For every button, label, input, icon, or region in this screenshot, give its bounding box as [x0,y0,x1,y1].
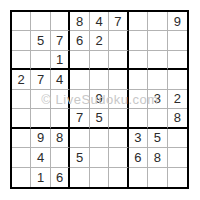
cell-r5c4[interactable] [70,90,89,109]
cell-r5c8[interactable]: 3 [148,90,167,109]
cell-r6c5[interactable]: 5 [90,109,109,128]
cell-r5c2[interactable] [31,90,50,109]
cell-r7c6[interactable] [109,129,128,148]
cell-r9c2[interactable]: 1 [31,168,50,187]
cell-r1c3[interactable] [51,12,70,31]
cell-r1c6[interactable]: 7 [109,12,128,31]
cell-r3c6[interactable] [109,51,128,70]
cell-r5c7[interactable] [129,90,148,109]
cell-r2c6[interactable] [109,31,128,50]
cell-r9c5[interactable] [90,168,109,187]
cell-r4c6[interactable] [109,70,128,89]
cell-r3c2[interactable] [31,51,50,70]
cell-r9c6[interactable] [109,168,128,187]
cell-r2c4[interactable]: 6 [70,31,89,50]
cell-r8c9[interactable] [168,148,187,167]
cell-r8c8[interactable]: 8 [148,148,167,167]
cell-r7c4[interactable] [70,129,89,148]
cell-r2c2[interactable]: 5 [31,31,50,50]
cell-r8c4[interactable]: 5 [70,148,89,167]
cell-r3c9[interactable] [168,51,187,70]
cell-r2c8[interactable] [148,31,167,50]
cell-r6c6[interactable] [109,109,128,128]
cell-r1c9[interactable]: 9 [168,12,187,31]
cell-r4c4[interactable] [70,70,89,89]
cell-r7c2[interactable]: 9 [31,129,50,148]
cell-r2c5[interactable]: 2 [90,31,109,50]
cell-r3c8[interactable] [148,51,167,70]
cell-r9c9[interactable] [168,168,187,187]
cell-r5c1[interactable] [12,90,31,109]
cell-r4c5[interactable] [90,70,109,89]
cell-r1c5[interactable]: 4 [90,12,109,31]
cell-r5c3[interactable] [51,90,70,109]
cell-r4c9[interactable] [168,70,187,89]
cell-r8c3[interactable] [51,148,70,167]
cell-r2c7[interactable] [129,31,148,50]
cell-r6c4[interactable]: 7 [70,109,89,128]
cell-r2c9[interactable] [168,31,187,50]
cell-r1c4[interactable]: 8 [70,12,89,31]
cell-r7c9[interactable] [168,129,187,148]
cell-r3c3[interactable]: 1 [51,51,70,70]
cell-r8c1[interactable] [12,148,31,167]
cell-r6c9[interactable]: 8 [168,109,187,128]
cell-r6c1[interactable] [12,109,31,128]
cell-r6c2[interactable] [31,109,50,128]
cell-r7c1[interactable] [12,129,31,148]
cell-r9c8[interactable] [148,168,167,187]
cell-r4c2[interactable]: 7 [31,70,50,89]
cell-r3c4[interactable] [70,51,89,70]
cell-r9c7[interactable] [129,168,148,187]
cell-r6c3[interactable] [51,109,70,128]
cell-r4c3[interactable]: 4 [51,70,70,89]
cell-r7c7[interactable]: 3 [129,129,148,148]
cell-r9c1[interactable] [12,168,31,187]
sudoku-board: 8479576212749327589835456816 [10,10,189,189]
cell-r5c9[interactable]: 2 [168,90,187,109]
cell-r1c8[interactable] [148,12,167,31]
cell-r4c8[interactable] [148,70,167,89]
cell-r6c7[interactable] [129,109,148,128]
cell-r1c2[interactable] [31,12,50,31]
cell-r2c3[interactable]: 7 [51,31,70,50]
cell-r3c7[interactable] [129,51,148,70]
cell-r4c1[interactable]: 2 [12,70,31,89]
cell-r2c1[interactable] [12,31,31,50]
cell-r1c1[interactable] [12,12,31,31]
cell-r5c5[interactable]: 9 [90,90,109,109]
cell-r3c5[interactable] [90,51,109,70]
cell-r8c5[interactable] [90,148,109,167]
cell-r7c3[interactable]: 8 [51,129,70,148]
cell-r5c6[interactable] [109,90,128,109]
sudoku-page: 8479576212749327589835456816 © LiveSudok… [0,0,200,200]
cell-r6c8[interactable] [148,109,167,128]
cell-r7c5[interactable] [90,129,109,148]
cell-r8c6[interactable] [109,148,128,167]
cell-r8c7[interactable]: 6 [129,148,148,167]
cell-r9c3[interactable]: 6 [51,168,70,187]
cell-r1c7[interactable] [129,12,148,31]
cell-r4c7[interactable] [129,70,148,89]
cell-r8c2[interactable]: 4 [31,148,50,167]
cell-r3c1[interactable] [12,51,31,70]
cell-r7c8[interactable]: 5 [148,129,167,148]
cell-r9c4[interactable] [70,168,89,187]
